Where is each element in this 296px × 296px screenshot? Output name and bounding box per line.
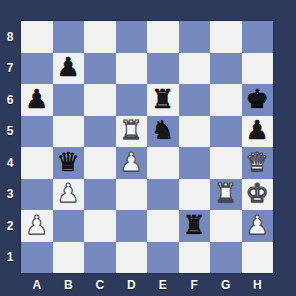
square-e3[interactable]	[147, 179, 179, 211]
square-g8[interactable]	[210, 21, 242, 53]
square-h8[interactable]	[242, 21, 274, 53]
square-d7[interactable]	[116, 53, 148, 85]
square-d1[interactable]	[116, 242, 148, 274]
square-f3[interactable]	[179, 179, 211, 211]
square-c4[interactable]	[84, 147, 116, 179]
square-c3[interactable]	[84, 179, 116, 211]
square-h3[interactable]: ♚	[242, 179, 274, 211]
piece-black-knight[interactable]: ♞	[151, 117, 174, 143]
piece-black-queen[interactable]: ♛	[57, 149, 80, 175]
square-a3[interactable]	[21, 179, 53, 211]
square-c2[interactable]	[84, 210, 116, 242]
piece-black-pawn[interactable]: ♟	[25, 86, 48, 112]
square-g6[interactable]	[210, 84, 242, 116]
piece-black-pawn[interactable]: ♟	[57, 54, 80, 80]
rank-label-5: 5	[0, 116, 20, 148]
rank-label-6: 6	[0, 84, 20, 116]
square-e1[interactable]	[147, 242, 179, 274]
piece-white-pawn[interactable]: ♟	[246, 212, 269, 238]
piece-black-king[interactable]: ♚	[246, 86, 269, 112]
rank-labels: 87654321	[0, 21, 20, 273]
square-b5[interactable]	[53, 116, 85, 148]
square-h6[interactable]: ♚	[242, 84, 274, 116]
square-d5[interactable]: ♜	[116, 116, 148, 148]
rank-label-4: 4	[0, 147, 20, 179]
square-g3[interactable]: ♜	[210, 179, 242, 211]
square-a5[interactable]	[21, 116, 53, 148]
rank-label-7: 7	[0, 53, 20, 85]
piece-white-pawn[interactable]: ♟	[57, 180, 80, 206]
square-a6[interactable]: ♟	[21, 84, 53, 116]
piece-white-queen[interactable]: ♛	[246, 149, 269, 175]
file-label-h: H	[242, 274, 274, 296]
square-a2[interactable]: ♟	[21, 210, 53, 242]
rank-label-2: 2	[0, 210, 20, 242]
piece-white-pawn[interactable]: ♟	[120, 149, 143, 175]
piece-white-king[interactable]: ♚	[246, 180, 269, 206]
square-d3[interactable]	[116, 179, 148, 211]
square-f2[interactable]: ♜	[179, 210, 211, 242]
square-h1[interactable]	[242, 242, 274, 274]
square-f8[interactable]	[179, 21, 211, 53]
file-label-g: G	[210, 274, 242, 296]
square-e7[interactable]	[147, 53, 179, 85]
square-c6[interactable]	[84, 84, 116, 116]
square-b8[interactable]	[53, 21, 85, 53]
file-label-d: D	[116, 274, 148, 296]
chess-diagram: 87654321 ♟♟♜♚♜♞♟♛♟♛♟♜♚♟♜♟ ABCDEFGH	[0, 0, 296, 296]
square-e8[interactable]	[147, 21, 179, 53]
file-label-e: E	[147, 274, 179, 296]
square-d4[interactable]: ♟	[116, 147, 148, 179]
piece-white-rook[interactable]: ♜	[214, 180, 237, 206]
square-e5[interactable]: ♞	[147, 116, 179, 148]
square-c1[interactable]	[84, 242, 116, 274]
square-b4[interactable]: ♛	[53, 147, 85, 179]
file-label-c: C	[84, 274, 116, 296]
square-g5[interactable]	[210, 116, 242, 148]
square-e2[interactable]	[147, 210, 179, 242]
square-c8[interactable]	[84, 21, 116, 53]
piece-white-pawn[interactable]: ♟	[25, 212, 48, 238]
square-b7[interactable]: ♟	[53, 53, 85, 85]
square-a1[interactable]	[21, 242, 53, 274]
square-h2[interactable]: ♟	[242, 210, 274, 242]
square-b6[interactable]	[53, 84, 85, 116]
square-b3[interactable]: ♟	[53, 179, 85, 211]
rank-label-1: 1	[0, 242, 20, 274]
rank-label-8: 8	[0, 21, 20, 53]
square-g2[interactable]	[210, 210, 242, 242]
square-h5[interactable]: ♟	[242, 116, 274, 148]
square-a7[interactable]	[21, 53, 53, 85]
square-f1[interactable]	[179, 242, 211, 274]
square-d8[interactable]	[116, 21, 148, 53]
square-g7[interactable]	[210, 53, 242, 85]
board: ♟♟♜♚♜♞♟♛♟♛♟♜♚♟♜♟	[20, 20, 274, 274]
square-d2[interactable]	[116, 210, 148, 242]
square-g1[interactable]	[210, 242, 242, 274]
piece-black-rook[interactable]: ♜	[183, 212, 206, 238]
square-e4[interactable]	[147, 147, 179, 179]
square-a4[interactable]	[21, 147, 53, 179]
square-f6[interactable]	[179, 84, 211, 116]
square-f4[interactable]	[179, 147, 211, 179]
square-f5[interactable]	[179, 116, 211, 148]
square-c5[interactable]	[84, 116, 116, 148]
piece-white-rook[interactable]: ♜	[120, 117, 143, 143]
file-label-a: A	[21, 274, 53, 296]
square-f7[interactable]	[179, 53, 211, 85]
piece-black-rook[interactable]: ♜	[151, 86, 174, 112]
square-h7[interactable]	[242, 53, 274, 85]
file-label-f: F	[179, 274, 211, 296]
file-labels: ABCDEFGH	[21, 274, 273, 296]
square-h4[interactable]: ♛	[242, 147, 274, 179]
file-label-b: B	[53, 274, 85, 296]
square-b2[interactable]	[53, 210, 85, 242]
square-a8[interactable]	[21, 21, 53, 53]
square-e6[interactable]: ♜	[147, 84, 179, 116]
rank-label-3: 3	[0, 179, 20, 211]
square-d6[interactable]	[116, 84, 148, 116]
square-c7[interactable]	[84, 53, 116, 85]
square-b1[interactable]	[53, 242, 85, 274]
square-g4[interactable]	[210, 147, 242, 179]
piece-black-pawn[interactable]: ♟	[246, 117, 269, 143]
